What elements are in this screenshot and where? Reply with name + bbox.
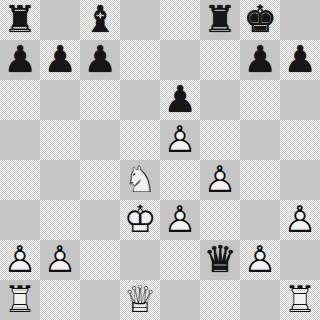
piece-glyph: ♛ — [200, 240, 240, 280]
square-c3[interactable] — [80, 200, 120, 240]
square-c7[interactable]: ♟ — [80, 40, 120, 80]
square-d7[interactable] — [120, 40, 160, 80]
piece-glyph: ♟ — [160, 80, 200, 120]
piece-glyph: ♚ — [240, 0, 280, 40]
square-d2[interactable] — [120, 240, 160, 280]
chess-board: ♜♝♜♚♟♟♟♟♟♟♟♙♞♘♟♙♚♔♟♙♟♙♟♙♟♙♛♟♙♜♖♛♕♜♖ — [0, 0, 320, 320]
square-g8[interactable]: ♚ — [240, 0, 280, 40]
piece-glyph: ♟ — [0, 40, 40, 80]
square-f1[interactable] — [200, 280, 240, 320]
square-g1[interactable] — [240, 280, 280, 320]
white-pawn[interactable]: ♟♙ — [160, 200, 200, 240]
square-c1[interactable] — [80, 280, 120, 320]
piece-glyph: ♙ — [280, 200, 320, 240]
white-rook[interactable]: ♜♖ — [280, 280, 320, 320]
square-h3[interactable]: ♟♙ — [280, 200, 320, 240]
white-pawn[interactable]: ♟♙ — [280, 200, 320, 240]
square-f6[interactable] — [200, 80, 240, 120]
square-e4[interactable] — [160, 160, 200, 200]
square-h6[interactable] — [280, 80, 320, 120]
white-pawn[interactable]: ♟♙ — [200, 160, 240, 200]
black-pawn[interactable]: ♟ — [240, 40, 280, 80]
piece-glyph: ♟ — [40, 40, 80, 80]
square-a1[interactable]: ♜♖ — [0, 280, 40, 320]
square-a6[interactable] — [0, 80, 40, 120]
square-g2[interactable]: ♟♙ — [240, 240, 280, 280]
black-king[interactable]: ♚ — [240, 0, 280, 40]
square-a3[interactable] — [0, 200, 40, 240]
white-queen[interactable]: ♛♕ — [120, 280, 160, 320]
piece-glyph: ♙ — [40, 240, 80, 280]
black-pawn[interactable]: ♟ — [160, 80, 200, 120]
square-h4[interactable] — [280, 160, 320, 200]
piece-glyph: ♘ — [120, 160, 160, 200]
square-g6[interactable] — [240, 80, 280, 120]
black-pawn[interactable]: ♟ — [40, 40, 80, 80]
square-b5[interactable] — [40, 120, 80, 160]
square-d3[interactable]: ♚♔ — [120, 200, 160, 240]
square-b7[interactable]: ♟ — [40, 40, 80, 80]
square-b2[interactable]: ♟♙ — [40, 240, 80, 280]
square-g4[interactable] — [240, 160, 280, 200]
white-pawn[interactable]: ♟♙ — [40, 240, 80, 280]
square-g5[interactable] — [240, 120, 280, 160]
white-pawn[interactable]: ♟♙ — [160, 120, 200, 160]
white-knight[interactable]: ♞♘ — [120, 160, 160, 200]
piece-glyph: ♙ — [160, 200, 200, 240]
piece-glyph: ♜ — [0, 0, 40, 40]
square-d6[interactable] — [120, 80, 160, 120]
piece-glyph: ♟ — [240, 40, 280, 80]
black-pawn[interactable]: ♟ — [80, 40, 120, 80]
square-a8[interactable]: ♜ — [0, 0, 40, 40]
piece-glyph: ♕ — [120, 280, 160, 320]
black-pawn[interactable]: ♟ — [280, 40, 320, 80]
square-f4[interactable]: ♟♙ — [200, 160, 240, 200]
square-c4[interactable] — [80, 160, 120, 200]
square-e5[interactable]: ♟♙ — [160, 120, 200, 160]
piece-glyph: ♙ — [160, 120, 200, 160]
piece-glyph: ♙ — [0, 240, 40, 280]
square-e8[interactable] — [160, 0, 200, 40]
square-h8[interactable] — [280, 0, 320, 40]
black-rook[interactable]: ♜ — [0, 0, 40, 40]
square-e6[interactable]: ♟ — [160, 80, 200, 120]
piece-glyph: ♙ — [200, 160, 240, 200]
white-rook[interactable]: ♜♖ — [0, 280, 40, 320]
piece-glyph: ♟ — [80, 40, 120, 80]
square-d8[interactable] — [120, 0, 160, 40]
piece-glyph: ♜ — [200, 0, 240, 40]
square-f5[interactable] — [200, 120, 240, 160]
piece-glyph: ♔ — [120, 200, 160, 240]
black-rook[interactable]: ♜ — [200, 0, 240, 40]
black-queen[interactable]: ♛ — [200, 240, 240, 280]
square-e3[interactable]: ♟♙ — [160, 200, 200, 240]
square-a4[interactable] — [0, 160, 40, 200]
square-f3[interactable] — [200, 200, 240, 240]
square-f2[interactable]: ♛ — [200, 240, 240, 280]
piece-glyph: ♝ — [80, 0, 120, 40]
square-g3[interactable] — [240, 200, 280, 240]
square-f8[interactable]: ♜ — [200, 0, 240, 40]
square-d1[interactable]: ♛♕ — [120, 280, 160, 320]
square-b8[interactable] — [40, 0, 80, 40]
square-h7[interactable]: ♟ — [280, 40, 320, 80]
piece-glyph: ♟ — [280, 40, 320, 80]
piece-glyph: ♙ — [240, 240, 280, 280]
square-f7[interactable] — [200, 40, 240, 80]
square-a2[interactable]: ♟♙ — [0, 240, 40, 280]
piece-glyph: ♖ — [280, 280, 320, 320]
square-e2[interactable] — [160, 240, 200, 280]
square-b6[interactable] — [40, 80, 80, 120]
square-h1[interactable]: ♜♖ — [280, 280, 320, 320]
white-pawn[interactable]: ♟♙ — [240, 240, 280, 280]
square-h5[interactable] — [280, 120, 320, 160]
square-a7[interactable]: ♟ — [0, 40, 40, 80]
square-c2[interactable] — [80, 240, 120, 280]
square-b4[interactable] — [40, 160, 80, 200]
black-pawn[interactable]: ♟ — [0, 40, 40, 80]
square-h2[interactable] — [280, 240, 320, 280]
black-bishop[interactable]: ♝ — [80, 0, 120, 40]
square-d4[interactable]: ♞♘ — [120, 160, 160, 200]
square-e7[interactable] — [160, 40, 200, 80]
square-b1[interactable] — [40, 280, 80, 320]
square-g7[interactable]: ♟ — [240, 40, 280, 80]
square-c8[interactable]: ♝ — [80, 0, 120, 40]
white-pawn[interactable]: ♟♙ — [0, 240, 40, 280]
piece-glyph: ♖ — [0, 280, 40, 320]
square-b3[interactable] — [40, 200, 80, 240]
white-king[interactable]: ♚♔ — [120, 200, 160, 240]
square-c5[interactable] — [80, 120, 120, 160]
square-d5[interactable] — [120, 120, 160, 160]
square-c6[interactable] — [80, 80, 120, 120]
square-e1[interactable] — [160, 280, 200, 320]
square-a5[interactable] — [0, 120, 40, 160]
